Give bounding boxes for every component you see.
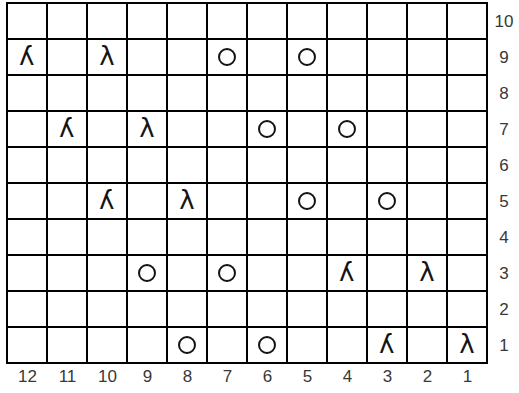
chart-cell <box>47 327 87 363</box>
chart-cell <box>327 327 367 363</box>
chart-cell <box>327 147 367 183</box>
chart-cell <box>127 327 167 363</box>
chart-cell <box>367 3 407 39</box>
chart-cell <box>47 75 87 111</box>
chart-cell <box>167 3 207 39</box>
row-number: 2 <box>490 292 518 328</box>
chart-cell: λ <box>327 255 367 291</box>
chart-cell <box>407 219 447 255</box>
stitch-number-labels: 121110987654321 <box>8 365 488 389</box>
chart-cell <box>127 291 167 327</box>
chart-cell <box>367 75 407 111</box>
chart-cell <box>327 39 367 75</box>
chart-cell <box>327 183 367 219</box>
chart-cell <box>207 219 247 255</box>
chart-cell <box>7 75 47 111</box>
chart-cell <box>407 291 447 327</box>
yarn-over-icon <box>178 336 196 354</box>
chart-cell <box>447 255 487 291</box>
chart-cell <box>7 219 47 255</box>
chart-cell <box>367 219 407 255</box>
chart-cell: λ <box>47 111 87 147</box>
chart-cell <box>7 255 47 291</box>
chart-cell <box>447 183 487 219</box>
ssk-decrease-icon: λ <box>459 331 474 357</box>
chart-cell <box>87 111 127 147</box>
chart-cell <box>447 219 487 255</box>
yarn-over-icon <box>218 264 236 282</box>
chart-grid: λλλλλλλλλλ <box>6 2 488 364</box>
stitch-number: 5 <box>288 365 328 389</box>
chart-cell <box>207 75 247 111</box>
k2tog-decrease-icon: λ <box>339 259 354 285</box>
row-number: 3 <box>490 256 518 292</box>
chart-cell <box>167 39 207 75</box>
chart-cell: λ <box>127 111 167 147</box>
yarn-over-icon <box>138 264 156 282</box>
chart-cell <box>287 147 327 183</box>
chart-cell <box>407 147 447 183</box>
chart-cell <box>7 327 47 363</box>
chart-cell <box>47 291 87 327</box>
yarn-over-icon <box>378 192 396 210</box>
chart-cell <box>207 291 247 327</box>
chart-cell <box>407 75 447 111</box>
chart-cell <box>167 219 207 255</box>
ssk-decrease-icon: λ <box>419 259 434 285</box>
chart-cell <box>7 291 47 327</box>
chart-cell <box>207 183 247 219</box>
chart-cell <box>247 219 287 255</box>
chart-cell <box>247 75 287 111</box>
chart-cell <box>327 219 367 255</box>
chart-cell <box>127 75 167 111</box>
chart-cell <box>87 327 127 363</box>
chart-cell <box>7 183 47 219</box>
row-number-labels: 10987654321 <box>490 4 518 364</box>
knitting-chart: λλλλλλλλλλ 121110987654321 10987654321 <box>0 0 519 393</box>
chart-cell <box>47 183 87 219</box>
ssk-decrease-icon: λ <box>99 43 114 69</box>
chart-cell <box>167 75 207 111</box>
chart-cell <box>127 3 167 39</box>
stitch-number: 6 <box>248 365 288 389</box>
row-number: 8 <box>490 76 518 112</box>
yarn-over-icon <box>218 48 236 66</box>
chart-cell <box>207 3 247 39</box>
chart-cell <box>367 291 407 327</box>
chart-cell <box>47 219 87 255</box>
chart-cell <box>87 75 127 111</box>
chart-cell <box>87 255 127 291</box>
chart-cell <box>367 255 407 291</box>
row-number: 6 <box>490 148 518 184</box>
chart-cell <box>407 3 447 39</box>
chart-cell <box>407 39 447 75</box>
chart-cell <box>447 39 487 75</box>
yarn-over-icon <box>298 48 316 66</box>
chart-cell <box>407 327 447 363</box>
chart-cell <box>287 255 327 291</box>
chart-cell <box>167 327 207 363</box>
chart-cell: λ <box>87 183 127 219</box>
chart-cell <box>7 3 47 39</box>
chart-cell <box>247 291 287 327</box>
yarn-over-icon <box>258 120 276 138</box>
chart-cell <box>447 111 487 147</box>
chart-cell <box>87 291 127 327</box>
stitch-number: 1 <box>448 365 488 389</box>
stitch-number: 2 <box>408 365 448 389</box>
chart-cell: λ <box>407 255 447 291</box>
chart-cell: λ <box>447 327 487 363</box>
chart-cell <box>47 255 87 291</box>
chart-cell <box>327 291 367 327</box>
chart-cell <box>207 147 247 183</box>
chart-cell <box>127 147 167 183</box>
chart-cell <box>287 111 327 147</box>
row-number: 9 <box>490 40 518 76</box>
ssk-decrease-icon: λ <box>179 187 194 213</box>
chart-cell: λ <box>367 327 407 363</box>
chart-cell <box>247 255 287 291</box>
ssk-decrease-icon: λ <box>139 115 154 141</box>
k2tog-decrease-icon: λ <box>19 43 34 69</box>
chart-cell <box>167 147 207 183</box>
chart-cell <box>287 291 327 327</box>
chart-cell <box>87 219 127 255</box>
chart-cell <box>47 3 87 39</box>
yarn-over-icon <box>338 120 356 138</box>
row-number: 1 <box>490 328 518 364</box>
stitch-number: 7 <box>208 365 248 389</box>
chart-cell <box>407 111 447 147</box>
chart-cell <box>447 3 487 39</box>
chart-cell <box>367 147 407 183</box>
chart-cell <box>7 111 47 147</box>
k2tog-decrease-icon: λ <box>99 187 114 213</box>
chart-cell <box>407 183 447 219</box>
stitch-number: 10 <box>88 365 128 389</box>
chart-cell <box>247 3 287 39</box>
chart-cell <box>327 3 367 39</box>
chart-cell <box>327 75 367 111</box>
chart-cell <box>447 147 487 183</box>
chart-cell <box>367 111 407 147</box>
chart-cell <box>247 147 287 183</box>
chart-cell <box>287 183 327 219</box>
chart-cell <box>167 291 207 327</box>
chart-cell <box>447 291 487 327</box>
chart-cell <box>167 255 207 291</box>
chart-cell <box>247 327 287 363</box>
stitch-number: 8 <box>168 365 208 389</box>
chart-cell <box>247 183 287 219</box>
chart-cell <box>127 39 167 75</box>
yarn-over-icon <box>258 336 276 354</box>
chart-cell <box>287 3 327 39</box>
chart-cell <box>327 111 367 147</box>
stitch-number: 3 <box>368 365 408 389</box>
chart-cell: λ <box>167 183 207 219</box>
stitch-number: 11 <box>48 365 88 389</box>
chart-cell <box>87 147 127 183</box>
yarn-over-icon <box>298 192 316 210</box>
stitch-number: 4 <box>328 365 368 389</box>
chart-cell <box>207 255 247 291</box>
k2tog-decrease-icon: λ <box>59 115 74 141</box>
chart-cell <box>47 147 87 183</box>
chart-cell <box>87 3 127 39</box>
chart-cell <box>7 147 47 183</box>
row-number: 5 <box>490 184 518 220</box>
chart-cell <box>287 219 327 255</box>
stitch-number: 12 <box>8 365 48 389</box>
chart-cell: λ <box>7 39 47 75</box>
chart-cell <box>367 39 407 75</box>
chart-cell <box>287 327 327 363</box>
chart-cell <box>207 111 247 147</box>
chart-cell <box>367 183 407 219</box>
k2tog-decrease-icon: λ <box>379 331 394 357</box>
chart-cell <box>247 111 287 147</box>
chart-cell <box>127 255 167 291</box>
chart-cell <box>127 183 167 219</box>
chart-cell <box>207 327 247 363</box>
chart-cell <box>167 111 207 147</box>
chart-cell <box>287 39 327 75</box>
row-number: 10 <box>490 4 518 40</box>
chart-cell <box>127 219 167 255</box>
chart-cell <box>287 75 327 111</box>
chart-cell <box>47 39 87 75</box>
row-number: 4 <box>490 220 518 256</box>
chart-cell <box>207 39 247 75</box>
stitch-number: 9 <box>128 365 168 389</box>
chart-cell <box>247 39 287 75</box>
row-number: 7 <box>490 112 518 148</box>
chart-cell <box>447 75 487 111</box>
chart-cell: λ <box>87 39 127 75</box>
